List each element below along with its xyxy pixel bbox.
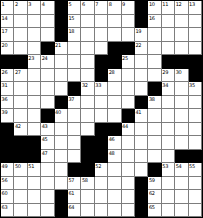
grid-cell[interactable]: 11: [162, 1, 175, 15]
grid-cell[interactable]: [81, 28, 94, 42]
clue-number: 30: [176, 69, 182, 75]
grid-cell[interactable]: 18: [68, 28, 81, 42]
clue-number: 1: [2, 1, 5, 7]
grid-cell[interactable]: [95, 190, 108, 204]
clue-number: 17: [2, 28, 8, 34]
block-cell: [14, 136, 27, 150]
clue-number: 10: [149, 1, 155, 7]
block-cell: [135, 190, 148, 204]
grid-cell[interactable]: [135, 123, 148, 137]
grid-cell[interactable]: [108, 109, 121, 123]
grid-cell[interactable]: [162, 136, 175, 150]
grid-cell[interactable]: 7: [95, 1, 108, 15]
grid-cell[interactable]: 62: [148, 190, 161, 204]
clue-number: 33: [95, 82, 101, 88]
grid-cell[interactable]: [41, 15, 54, 29]
clue-number: 18: [68, 28, 74, 34]
grid-cell[interactable]: [189, 190, 202, 204]
grid-cell[interactable]: 55: [189, 163, 202, 177]
grid-cell[interactable]: 49: [1, 163, 14, 177]
block-cell: [95, 55, 108, 69]
grid-cell[interactable]: [189, 15, 202, 29]
block-cell: [1, 150, 14, 164]
block-cell: [135, 1, 148, 15]
grid-cell[interactable]: [135, 69, 148, 83]
grid-cell[interactable]: 60: [1, 190, 14, 204]
grid-cell[interactable]: [175, 109, 188, 123]
grid-cell[interactable]: [162, 42, 175, 56]
grid-cell[interactable]: [95, 42, 108, 56]
clue-number: 51: [28, 163, 34, 169]
grid-cell[interactable]: [81, 69, 94, 83]
grid-cell[interactable]: [108, 96, 121, 110]
grid-cell[interactable]: [28, 123, 41, 137]
grid-cell[interactable]: [28, 15, 41, 29]
clue-number: 39: [2, 109, 8, 115]
grid-cell[interactable]: 5: [68, 1, 81, 15]
block-cell: [175, 55, 188, 69]
grid-cell[interactable]: [81, 42, 94, 56]
block-cell: [122, 42, 135, 56]
grid-cell[interactable]: [95, 177, 108, 191]
grid-cell[interactable]: [28, 204, 41, 218]
grid-cell[interactable]: 56: [1, 177, 14, 191]
clue-number: 56: [2, 177, 8, 183]
block-cell: [28, 136, 41, 150]
grid-cell[interactable]: [148, 136, 161, 150]
grid-cell[interactable]: [162, 15, 175, 29]
grid-cell[interactable]: 36: [1, 96, 14, 110]
grid-cell[interactable]: 59: [148, 177, 161, 191]
grid-cell[interactable]: 4: [41, 1, 54, 15]
grid-cell[interactable]: [41, 177, 54, 191]
grid-cell[interactable]: [108, 190, 121, 204]
clue-number: 37: [68, 96, 74, 102]
grid-cell[interactable]: [135, 150, 148, 164]
clue-number: 49: [2, 163, 8, 169]
grid-cell[interactable]: [189, 42, 202, 56]
grid-cell[interactable]: [175, 42, 188, 56]
clue-number: 40: [55, 109, 61, 115]
grid-cell[interactable]: [68, 69, 81, 83]
block-cell: [14, 55, 27, 69]
grid-cell[interactable]: [189, 28, 202, 42]
block-cell: [68, 82, 81, 96]
clue-number: 32: [82, 82, 88, 88]
grid-cell[interactable]: [162, 150, 175, 164]
block-cell: [189, 55, 202, 69]
grid-cell[interactable]: [122, 163, 135, 177]
clue-number: 62: [149, 190, 155, 196]
block-cell: [135, 204, 148, 218]
grid-cell[interactable]: 57: [68, 177, 81, 191]
grid-cell[interactable]: [14, 15, 27, 29]
grid-cell[interactable]: [41, 163, 54, 177]
grid-cell[interactable]: [108, 204, 121, 218]
crossword-grid: 1234567891011121314151617181920212223242…: [0, 0, 203, 218]
clue-number: 3: [28, 1, 31, 7]
grid-cell[interactable]: 45: [41, 136, 54, 150]
clue-number: 60: [2, 190, 8, 196]
grid-cell[interactable]: 10: [148, 1, 161, 15]
clue-number: 26: [2, 69, 8, 75]
grid-cell[interactable]: [55, 163, 68, 177]
grid-cell[interactable]: 23: [28, 55, 41, 69]
grid-cell[interactable]: [162, 204, 175, 218]
clue-number: 61: [68, 190, 74, 196]
grid-cell[interactable]: 34: [162, 82, 175, 96]
grid-cell[interactable]: [189, 96, 202, 110]
block-cell: [14, 150, 27, 164]
grid-cell[interactable]: 1: [1, 1, 14, 15]
grid-cell[interactable]: [175, 136, 188, 150]
grid-cell[interactable]: 43: [41, 123, 54, 137]
block-cell: [189, 69, 202, 83]
grid-cell[interactable]: 37: [68, 96, 81, 110]
grid-cell[interactable]: 65: [148, 204, 161, 218]
block-cell: [68, 163, 81, 177]
grid-cell[interactable]: [95, 15, 108, 29]
block-cell: [162, 55, 175, 69]
clue-number: 31: [2, 82, 8, 88]
grid-cell[interactable]: [108, 15, 121, 29]
grid-cell[interactable]: [122, 190, 135, 204]
clue-number: 43: [42, 123, 48, 129]
grid-cell[interactable]: [81, 109, 94, 123]
grid-cell[interactable]: [95, 204, 108, 218]
grid-cell[interactable]: 64: [68, 204, 81, 218]
block-cell: [81, 163, 94, 177]
grid-cell[interactable]: [122, 28, 135, 42]
grid-cell[interactable]: [14, 109, 27, 123]
clue-number: 45: [42, 136, 48, 142]
clue-number: 59: [149, 177, 155, 183]
grid-cell[interactable]: [175, 96, 188, 110]
clue-number: 53: [162, 163, 168, 169]
grid-cell[interactable]: 33: [95, 82, 108, 96]
clue-number: 6: [82, 1, 85, 7]
grid-cell[interactable]: 28: [108, 69, 121, 83]
grid-cell[interactable]: [41, 28, 54, 42]
grid-cell[interactable]: [162, 28, 175, 42]
grid-cell[interactable]: [135, 163, 148, 177]
grid-cell[interactable]: 32: [81, 82, 94, 96]
grid-cell[interactable]: [81, 190, 94, 204]
clue-number: 23: [28, 55, 34, 61]
grid-cell[interactable]: [81, 55, 94, 69]
grid-cell[interactable]: [14, 28, 27, 42]
grid-cell[interactable]: [28, 82, 41, 96]
grid-cell[interactable]: 38: [148, 96, 161, 110]
grid-cell[interactable]: [95, 96, 108, 110]
grid-cell[interactable]: [28, 190, 41, 204]
clue-number: 9: [122, 1, 125, 7]
block-cell: [1, 55, 14, 69]
grid-cell[interactable]: [162, 96, 175, 110]
clue-number: 36: [2, 96, 8, 102]
clue-number: 12: [176, 1, 182, 7]
block-cell: [95, 136, 108, 150]
grid-cell[interactable]: [189, 204, 202, 218]
clue-number: 22: [135, 42, 141, 48]
grid-cell[interactable]: [162, 190, 175, 204]
grid-cell[interactable]: [162, 123, 175, 137]
grid-cell[interactable]: [28, 28, 41, 42]
block-cell: [55, 190, 68, 204]
block-cell: [95, 150, 108, 164]
clue-number: 21: [55, 42, 61, 48]
grid-cell[interactable]: [28, 177, 41, 191]
clue-number: 54: [176, 163, 182, 169]
grid-cell[interactable]: [122, 15, 135, 29]
grid-cell[interactable]: [55, 69, 68, 83]
grid-cell[interactable]: [81, 96, 94, 110]
block-cell: [175, 150, 188, 164]
grid-cell[interactable]: 51: [28, 163, 41, 177]
clue-number: 14: [2, 15, 8, 21]
block-cell: [135, 177, 148, 191]
grid-cell[interactable]: [41, 204, 54, 218]
grid-cell[interactable]: [81, 204, 94, 218]
grid-cell[interactable]: 8: [108, 1, 121, 15]
block-cell: [108, 42, 121, 56]
block-cell: [108, 123, 121, 137]
grid-cell[interactable]: [175, 82, 188, 96]
grid-cell[interactable]: [189, 123, 202, 137]
grid-cell[interactable]: 61: [68, 190, 81, 204]
block-cell: [95, 123, 108, 137]
clue-number: 46: [109, 136, 115, 142]
grid-cell[interactable]: 47: [41, 150, 54, 164]
block-cell: [108, 55, 121, 69]
grid-cell[interactable]: 29: [162, 69, 175, 83]
grid-cell[interactable]: [14, 42, 27, 56]
clue-number: 58: [82, 177, 88, 183]
grid-cell[interactable]: [175, 190, 188, 204]
block-cell: [189, 150, 202, 164]
grid-cell[interactable]: [55, 123, 68, 137]
grid-cell[interactable]: [122, 96, 135, 110]
clue-number: 5: [68, 1, 71, 7]
grid-cell[interactable]: 30: [175, 69, 188, 83]
block-cell: [135, 15, 148, 29]
grid-cell[interactable]: 52: [95, 163, 108, 177]
grid-cell[interactable]: 53: [162, 163, 175, 177]
clue-number: 65: [149, 204, 155, 210]
grid-cell[interactable]: [189, 109, 202, 123]
grid-cell[interactable]: [122, 204, 135, 218]
grid-cell[interactable]: 63: [1, 204, 14, 218]
clue-number: 42: [15, 123, 21, 129]
grid-cell[interactable]: [55, 150, 68, 164]
grid-cell[interactable]: [148, 150, 161, 164]
grid-cell[interactable]: [68, 136, 81, 150]
grid-cell[interactable]: 6: [81, 1, 94, 15]
grid-cell[interactable]: [14, 96, 27, 110]
grid-cell[interactable]: 13: [189, 1, 202, 15]
grid-cell[interactable]: [189, 136, 202, 150]
grid-cell[interactable]: [55, 55, 68, 69]
grid-cell[interactable]: [14, 204, 27, 218]
grid-cell[interactable]: 3: [28, 1, 41, 15]
grid-cell[interactable]: [175, 28, 188, 42]
block-cell: [55, 15, 68, 29]
clue-number: 64: [68, 204, 74, 210]
clue-number: 28: [109, 69, 115, 75]
grid-cell[interactable]: [108, 82, 121, 96]
clue-number: 2: [15, 1, 18, 7]
grid-cell[interactable]: [55, 136, 68, 150]
grid-cell[interactable]: [28, 109, 41, 123]
grid-cell[interactable]: [81, 15, 94, 29]
clue-number: 27: [15, 69, 21, 75]
grid-cell[interactable]: 21: [55, 42, 68, 56]
grid-cell[interactable]: [162, 177, 175, 191]
clue-number: 50: [15, 163, 21, 169]
grid-cell[interactable]: [68, 109, 81, 123]
grid-cell[interactable]: [14, 190, 27, 204]
grid-cell[interactable]: [95, 28, 108, 42]
grid-cell[interactable]: 40: [55, 109, 68, 123]
grid-cell[interactable]: 26: [1, 69, 14, 83]
clue-number: 19: [135, 28, 141, 34]
grid-cell[interactable]: [122, 82, 135, 96]
grid-cell[interactable]: 15: [68, 15, 81, 29]
grid-cell[interactable]: 54: [175, 163, 188, 177]
clue-number: 57: [68, 177, 74, 183]
clue-number: 63: [2, 204, 8, 210]
clue-number: 7: [95, 1, 98, 7]
clue-number: 52: [95, 163, 101, 169]
grid-cell[interactable]: [28, 42, 41, 56]
grid-cell[interactable]: [135, 55, 148, 69]
block-cell: [28, 150, 41, 164]
grid-cell[interactable]: [175, 15, 188, 29]
grid-cell[interactable]: 19: [135, 28, 148, 42]
grid-cell[interactable]: [28, 96, 41, 110]
grid-cell[interactable]: [148, 123, 161, 137]
block-cell: [55, 204, 68, 218]
block-cell: [41, 42, 54, 56]
grid-cell[interactable]: [41, 82, 54, 96]
clue-number: 48: [109, 150, 115, 156]
grid-cell[interactable]: [189, 177, 202, 191]
clue-number: 55: [189, 163, 195, 169]
block-cell: [55, 96, 68, 110]
grid-cell[interactable]: 25: [122, 55, 135, 69]
clue-number: 16: [149, 15, 155, 21]
grid-cell[interactable]: [55, 82, 68, 96]
grid-cell[interactable]: 58: [81, 177, 94, 191]
block-cell: [148, 82, 161, 96]
clue-number: 34: [162, 82, 168, 88]
grid-cell[interactable]: 39: [1, 109, 14, 123]
grid-cell[interactable]: [14, 177, 27, 191]
block-cell: [81, 150, 94, 164]
grid-cell[interactable]: [95, 109, 108, 123]
grid-cell[interactable]: 35: [189, 82, 202, 96]
grid-cell[interactable]: 20: [1, 42, 14, 56]
grid-cell[interactable]: [148, 69, 161, 83]
grid-cell[interactable]: [28, 69, 41, 83]
grid-cell[interactable]: [175, 204, 188, 218]
grid-cell[interactable]: 44: [122, 123, 135, 137]
grid-cell[interactable]: 17: [1, 28, 14, 42]
grid-cell[interactable]: [14, 82, 27, 96]
grid-cell[interactable]: 48: [108, 150, 121, 164]
grid-cell[interactable]: 42: [14, 123, 27, 137]
clue-number: 24: [42, 55, 48, 61]
grid-cell[interactable]: [41, 69, 54, 83]
grid-cell[interactable]: [148, 28, 161, 42]
grid-cell[interactable]: [122, 69, 135, 83]
clue-number: 44: [122, 123, 128, 129]
grid-cell[interactable]: [122, 150, 135, 164]
grid-cell[interactable]: 9: [122, 1, 135, 15]
block-cell: [81, 136, 94, 150]
block-cell: [1, 136, 14, 150]
clue-number: 38: [149, 96, 155, 102]
grid-cell[interactable]: 14: [1, 15, 14, 29]
block-cell: [55, 28, 68, 42]
grid-cell[interactable]: [41, 96, 54, 110]
grid-cell[interactable]: 16: [148, 15, 161, 29]
grid-cell[interactable]: 50: [14, 163, 27, 177]
grid-cell[interactable]: 27: [14, 69, 27, 83]
grid-cell[interactable]: [81, 123, 94, 137]
grid-cell[interactable]: [135, 136, 148, 150]
grid-cell[interactable]: 22: [135, 42, 148, 56]
grid-cell[interactable]: 31: [1, 82, 14, 96]
block-cell: [95, 69, 108, 83]
grid-cell[interactable]: [108, 177, 121, 191]
grid-cell[interactable]: 46: [108, 136, 121, 150]
clue-number: 41: [135, 109, 141, 115]
grid-cell[interactable]: 41: [135, 109, 148, 123]
block-cell: [148, 163, 161, 177]
grid-cell[interactable]: [41, 190, 54, 204]
grid-cell[interactable]: [148, 109, 161, 123]
grid-cell[interactable]: [175, 177, 188, 191]
block-cell: [122, 109, 135, 123]
block-cell: [135, 96, 148, 110]
grid-cell[interactable]: [122, 177, 135, 191]
clue-number: 8: [109, 1, 112, 7]
grid-cell[interactable]: [68, 150, 81, 164]
clue-number: 25: [122, 55, 128, 61]
block-cell: [1, 123, 14, 137]
clue-number: 29: [162, 69, 168, 75]
grid-cell[interactable]: [108, 163, 121, 177]
grid-cell[interactable]: [108, 28, 121, 42]
clue-number: 15: [68, 15, 74, 21]
grid-cell[interactable]: [55, 177, 68, 191]
grid-cell[interactable]: 24: [41, 55, 54, 69]
grid-cell[interactable]: [68, 55, 81, 69]
grid-cell[interactable]: 2: [14, 1, 27, 15]
grid-cell[interactable]: [135, 82, 148, 96]
grid-cell[interactable]: [68, 123, 81, 137]
grid-cell[interactable]: [68, 42, 81, 56]
grid-cell[interactable]: 12: [175, 1, 188, 15]
grid-cell[interactable]: [162, 109, 175, 123]
clue-number: 35: [189, 82, 195, 88]
grid-cell[interactable]: [122, 136, 135, 150]
grid-cell[interactable]: [148, 55, 161, 69]
grid-cell[interactable]: [175, 123, 188, 137]
grid-cell[interactable]: [148, 42, 161, 56]
block-cell: [41, 109, 54, 123]
